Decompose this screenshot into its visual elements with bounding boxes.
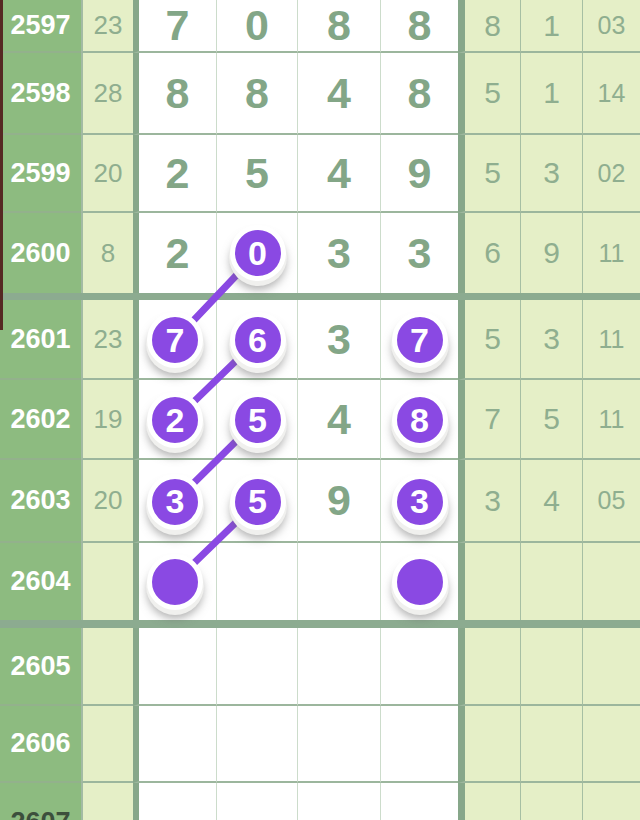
stat-cell: 5: [458, 300, 520, 380]
digit-cell: [217, 783, 298, 820]
digit-cell: 3: [298, 213, 381, 293]
stat-cell: [582, 706, 640, 783]
draw-id-cell: 2597: [0, 0, 81, 53]
digit-cell: [381, 783, 458, 820]
stat-cell: 11: [582, 380, 640, 460]
digit-cell: [298, 783, 381, 820]
draw-id-cell: 2605: [0, 628, 81, 706]
digit-cell: 5: [217, 135, 298, 213]
draw-id-cell: 2607: [0, 783, 81, 820]
stat-cell: [458, 628, 520, 706]
stat-cell: 3: [520, 135, 582, 213]
stat-cell: 11: [582, 213, 640, 293]
scrollbar-indicator[interactable]: [0, 0, 3, 330]
stat-cell: 5: [520, 380, 582, 460]
stat-cell: 5: [458, 135, 520, 213]
digit-cell: 4: [298, 135, 381, 213]
draw-id-cell: 2600: [0, 213, 81, 293]
stat-cell: 8: [458, 0, 520, 53]
digit-cell: [298, 706, 381, 783]
digit-cell: 8: [298, 0, 381, 53]
hit-circle: 8: [392, 392, 448, 448]
draw-id-cell: 2606: [0, 706, 81, 783]
hit-circle: 0: [230, 225, 286, 281]
hit-circle: 3: [147, 474, 203, 530]
sum-cell: [81, 706, 133, 783]
trend-chart-screen: 2597237088810325982888485114259920254953…: [0, 0, 640, 820]
digit-cell: 3: [381, 213, 458, 293]
hit-circle: 3: [392, 474, 448, 530]
digit-cell: 0: [217, 0, 298, 53]
stat-cell: [458, 543, 520, 620]
digit-cell: [133, 783, 217, 820]
stat-cell: [520, 543, 582, 620]
sum-cell: 19: [81, 380, 133, 460]
sum-cell: [81, 628, 133, 706]
stat-cell: 7: [458, 380, 520, 460]
draw-id-cell: 2603: [0, 460, 81, 543]
stat-cell: [458, 706, 520, 783]
digit-cell: 8: [217, 53, 298, 135]
digit-cell: [133, 628, 217, 706]
sum-cell: 8: [81, 213, 133, 293]
stat-cell: 3: [458, 460, 520, 543]
page-separator: [0, 620, 640, 628]
hit-circle: 2: [147, 392, 203, 448]
draw-id-label: 2607: [10, 809, 70, 820]
sum-cell: 23: [81, 300, 133, 380]
digit-cell: [381, 628, 458, 706]
trend-grid[interactable]: 2597237088810325982888485114259920254953…: [0, 0, 640, 820]
digit-cell: 9: [298, 460, 381, 543]
digit-cell: 8: [133, 53, 217, 135]
sum-cell: 20: [81, 135, 133, 213]
digit-cell: [133, 706, 217, 783]
digit-cell: 8: [381, 0, 458, 53]
sum-cell: 28: [81, 53, 133, 135]
hit-circle: 7: [147, 312, 203, 368]
digit-cell: [217, 706, 298, 783]
digit-cell: [217, 543, 298, 620]
draw-id-cell: 2599: [0, 135, 81, 213]
stat-cell: 5: [458, 53, 520, 135]
stat-cell: [582, 543, 640, 620]
sum-cell: [81, 543, 133, 620]
stat-cell: [582, 628, 640, 706]
digit-cell: 2: [133, 213, 217, 293]
stat-cell: 3: [520, 300, 582, 380]
digit-cell: [217, 628, 298, 706]
prediction-dot: [392, 554, 448, 610]
digit-cell: [298, 628, 381, 706]
prediction-dot: [147, 554, 203, 610]
digit-cell: 9: [381, 135, 458, 213]
stat-cell: 9: [520, 213, 582, 293]
stat-cell: 14: [582, 53, 640, 135]
stat-cell: [520, 783, 582, 820]
sum-cell: 20: [81, 460, 133, 543]
draw-id-cell: 2604: [0, 543, 81, 620]
page-separator: [0, 293, 640, 300]
stat-cell: [520, 706, 582, 783]
hit-circle: 6: [230, 312, 286, 368]
digit-cell: 8: [381, 53, 458, 135]
stat-cell: 05: [582, 460, 640, 543]
stat-cell: 1: [520, 0, 582, 53]
stat-cell: [520, 628, 582, 706]
hit-circle: 7: [392, 312, 448, 368]
sum-cell: [81, 783, 133, 820]
digit-cell: 2: [133, 135, 217, 213]
draw-id-cell: 2601: [0, 300, 81, 380]
digit-cell: [298, 543, 381, 620]
digit-cell: [381, 706, 458, 783]
draw-id-cell: 2602: [0, 380, 81, 460]
digit-cell: 7: [133, 0, 217, 53]
digit-cell: 3: [298, 300, 381, 380]
stat-cell: 11: [582, 300, 640, 380]
stat-cell: 6: [458, 213, 520, 293]
stat-cell: 1: [520, 53, 582, 135]
stat-cell: 03: [582, 0, 640, 53]
digit-cell: 4: [298, 53, 381, 135]
stat-cell: 02: [582, 135, 640, 213]
stat-cell: [582, 783, 640, 820]
digit-cell: 4: [298, 380, 381, 460]
sum-cell: 23: [81, 0, 133, 53]
hit-circle: 5: [230, 392, 286, 448]
draw-id-cell: 2598: [0, 53, 81, 135]
hit-circle: 5: [230, 474, 286, 530]
stat-cell: 4: [520, 460, 582, 543]
stat-cell: [458, 783, 520, 820]
